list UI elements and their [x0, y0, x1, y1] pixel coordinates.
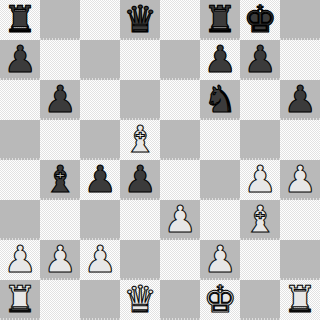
black-pawn-c4: ♟	[80, 160, 120, 200]
square-f6[interactable]: ♞	[200, 80, 240, 120]
square-b1[interactable]	[40, 280, 80, 320]
square-d6[interactable]	[120, 80, 160, 120]
square-f5[interactable]	[200, 120, 240, 160]
square-f4[interactable]	[200, 160, 240, 200]
black-king-g8: ♚	[240, 0, 280, 40]
square-c4[interactable]: ♟	[80, 160, 120, 200]
white-rook-a1: ♜	[0, 280, 40, 320]
square-b4[interactable]: ♝	[40, 160, 80, 200]
square-g8[interactable]: ♚	[240, 0, 280, 40]
square-g4[interactable]: ♟	[240, 160, 280, 200]
square-e6[interactable]	[160, 80, 200, 120]
square-h3[interactable]	[280, 200, 320, 240]
square-b5[interactable]	[40, 120, 80, 160]
black-knight-f6: ♞	[200, 80, 240, 120]
white-pawn-g4: ♟	[240, 160, 280, 200]
square-h2[interactable]	[280, 240, 320, 280]
black-pawn-f7: ♟	[200, 40, 240, 80]
square-c6[interactable]	[80, 80, 120, 120]
square-g2[interactable]	[240, 240, 280, 280]
square-h6[interactable]: ♟	[280, 80, 320, 120]
black-pawn-h6: ♟	[280, 80, 320, 120]
square-f8[interactable]: ♜	[200, 0, 240, 40]
square-b6[interactable]: ♟	[40, 80, 80, 120]
square-g1[interactable]	[240, 280, 280, 320]
white-pawn-b2: ♟	[40, 240, 80, 280]
square-e8[interactable]	[160, 0, 200, 40]
chess-board: ♜♛♜♚♟♟♟♟♞♟♝♝♟♟♟♟♟♝♟♟♟♟♜♛♚♜	[0, 0, 320, 320]
square-e7[interactable]	[160, 40, 200, 80]
square-e2[interactable]	[160, 240, 200, 280]
square-f3[interactable]	[200, 200, 240, 240]
square-e1[interactable]	[160, 280, 200, 320]
black-pawn-a7: ♟	[0, 40, 40, 80]
black-pawn-g7: ♟	[240, 40, 280, 80]
square-h7[interactable]	[280, 40, 320, 80]
square-b8[interactable]	[40, 0, 80, 40]
square-d4[interactable]: ♟	[120, 160, 160, 200]
square-d3[interactable]	[120, 200, 160, 240]
square-c2[interactable]: ♟	[80, 240, 120, 280]
white-pawn-h4: ♟	[280, 160, 320, 200]
square-d1[interactable]: ♛	[120, 280, 160, 320]
black-pawn-b6: ♟	[40, 80, 80, 120]
white-queen-d1: ♛	[120, 280, 160, 320]
square-b2[interactable]: ♟	[40, 240, 80, 280]
square-c3[interactable]	[80, 200, 120, 240]
black-pawn-d4: ♟	[120, 160, 160, 200]
square-h4[interactable]: ♟	[280, 160, 320, 200]
square-h5[interactable]	[280, 120, 320, 160]
white-pawn-c2: ♟	[80, 240, 120, 280]
black-rook-a8: ♜	[0, 0, 40, 40]
square-a6[interactable]	[0, 80, 40, 120]
square-a8[interactable]: ♜	[0, 0, 40, 40]
white-rook-h1: ♜	[280, 280, 320, 320]
square-g7[interactable]: ♟	[240, 40, 280, 80]
square-d5[interactable]: ♝	[120, 120, 160, 160]
square-d2[interactable]	[120, 240, 160, 280]
black-bishop-b4: ♝	[40, 160, 80, 200]
square-a1[interactable]: ♜	[0, 280, 40, 320]
square-e5[interactable]	[160, 120, 200, 160]
square-h8[interactable]	[280, 0, 320, 40]
square-c5[interactable]	[80, 120, 120, 160]
square-g3[interactable]: ♝	[240, 200, 280, 240]
white-pawn-e3: ♟	[160, 200, 200, 240]
white-pawn-f2: ♟	[200, 240, 240, 280]
square-g5[interactable]	[240, 120, 280, 160]
square-d7[interactable]	[120, 40, 160, 80]
square-c8[interactable]	[80, 0, 120, 40]
square-a4[interactable]	[0, 160, 40, 200]
square-e3[interactable]: ♟	[160, 200, 200, 240]
white-bishop-g3: ♝	[240, 200, 280, 240]
white-bishop-d5: ♝	[120, 120, 160, 160]
square-f7[interactable]: ♟	[200, 40, 240, 80]
black-queen-d8: ♛	[120, 0, 160, 40]
square-a3[interactable]	[0, 200, 40, 240]
square-h1[interactable]: ♜	[280, 280, 320, 320]
white-king-f1: ♚	[200, 280, 240, 320]
square-a7[interactable]: ♟	[0, 40, 40, 80]
square-f2[interactable]: ♟	[200, 240, 240, 280]
square-e4[interactable]	[160, 160, 200, 200]
square-f1[interactable]: ♚	[200, 280, 240, 320]
square-d8[interactable]: ♛	[120, 0, 160, 40]
white-pawn-a2: ♟	[0, 240, 40, 280]
square-a2[interactable]: ♟	[0, 240, 40, 280]
square-g6[interactable]	[240, 80, 280, 120]
square-c7[interactable]	[80, 40, 120, 80]
square-a5[interactable]	[0, 120, 40, 160]
square-b7[interactable]	[40, 40, 80, 80]
black-rook-f8: ♜	[200, 0, 240, 40]
square-b3[interactable]	[40, 200, 80, 240]
square-c1[interactable]	[80, 280, 120, 320]
